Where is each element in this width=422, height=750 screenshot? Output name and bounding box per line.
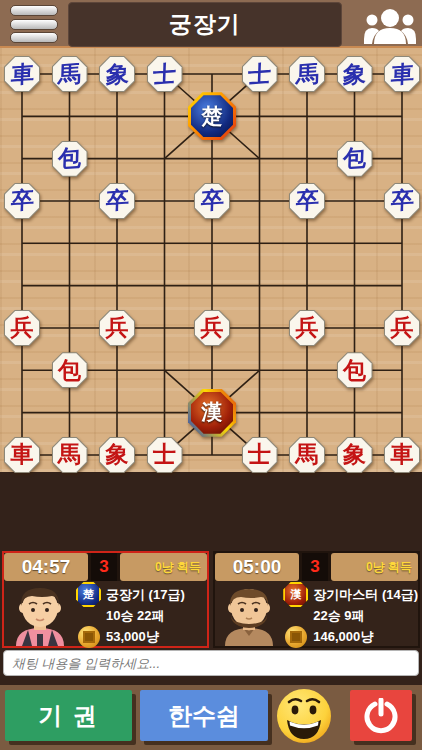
timer-left: 04:57 bbox=[4, 553, 88, 581]
badge-left: 3 bbox=[91, 553, 117, 581]
piece-blue-elephant[interactable]: 象 bbox=[337, 56, 373, 92]
piece-blue-king[interactable]: 楚 bbox=[188, 92, 236, 140]
earn-right: 0냥 획득 bbox=[331, 553, 418, 581]
piece-red-cannon[interactable]: 包 bbox=[52, 352, 88, 388]
bottom-bar: 기 권 한수쉼 bbox=[0, 685, 422, 750]
piece-red-elephant[interactable]: 象 bbox=[337, 437, 373, 473]
piece-blue-soldier[interactable]: 卒 bbox=[289, 183, 325, 219]
player-panel-left: 04:57 3 0냥 획득 bbox=[2, 551, 209, 648]
piece-red-guard[interactable]: 士 bbox=[147, 437, 183, 473]
piece-red-guard[interactable]: 士 bbox=[242, 437, 278, 473]
player-panel-right: 05:00 3 0냥 획득 bbox=[213, 551, 420, 648]
piece-blue-soldier[interactable]: 卒 bbox=[99, 183, 135, 219]
piece-red-soldier[interactable]: 兵 bbox=[99, 310, 135, 346]
piece-blue-cannon[interactable]: 包 bbox=[337, 141, 373, 177]
piece-blue-soldier[interactable]: 卒 bbox=[384, 183, 420, 219]
piece-red-chariot[interactable]: 車 bbox=[384, 437, 420, 473]
exit-button[interactable] bbox=[350, 690, 412, 741]
pass-button[interactable]: 한수쉼 bbox=[140, 690, 268, 741]
hamburger-icon bbox=[10, 5, 58, 16]
piece-blue-elephant[interactable]: 象 bbox=[99, 56, 135, 92]
menu-button[interactable] bbox=[10, 5, 58, 43]
piece-blue-soldier[interactable]: 卒 bbox=[4, 183, 40, 219]
chat-input[interactable] bbox=[3, 650, 419, 676]
piece-red-soldier[interactable]: 兵 bbox=[194, 310, 230, 346]
piece-blue-cannon[interactable]: 包 bbox=[52, 141, 88, 177]
piece-blue-guard[interactable]: 士 bbox=[147, 56, 183, 92]
timer-right: 05:00 bbox=[215, 553, 299, 581]
king-piece-icon-blue: 楚 bbox=[76, 582, 101, 607]
player-left-header: 04:57 3 0냥 획득 bbox=[4, 553, 207, 581]
players-list-button[interactable] bbox=[364, 6, 416, 44]
piece-blue-horse[interactable]: 馬 bbox=[289, 56, 325, 92]
piece-red-horse[interactable]: 馬 bbox=[52, 437, 88, 473]
earn-left: 0냥 획득 bbox=[120, 553, 207, 581]
piece-red-elephant[interactable]: 象 bbox=[99, 437, 135, 473]
player-left-body: 楚 궁장기 (17급) 10승 22패 53,000냥 bbox=[4, 581, 207, 646]
piece-blue-chariot[interactable]: 車 bbox=[4, 56, 40, 92]
badge-right: 3 bbox=[302, 553, 328, 581]
player-right-name: 장기마스터 (14급) bbox=[313, 586, 418, 604]
player-right-header: 05:00 3 0냥 획득 bbox=[215, 553, 418, 581]
piece-red-soldier[interactable]: 兵 bbox=[384, 310, 420, 346]
piece-blue-soldier[interactable]: 卒 bbox=[194, 183, 230, 219]
piece-red-chariot[interactable]: 車 bbox=[4, 437, 40, 473]
player-right-money: 146,000냥 bbox=[313, 628, 418, 646]
header: 궁장기 bbox=[0, 0, 422, 48]
piece-red-horse[interactable]: 馬 bbox=[289, 437, 325, 473]
piece-blue-chariot[interactable]: 車 bbox=[384, 56, 420, 92]
coin-icon bbox=[285, 626, 307, 648]
janggi-app: 궁장기 車馬象士士馬象車楚包包卒卒卒卒卒兵兵兵兵兵包包漢車馬象士士馬象車 04:… bbox=[0, 0, 422, 750]
player-left-name: 궁장기 (17급) bbox=[106, 586, 207, 604]
player-right-record: 22승 9패 bbox=[313, 607, 418, 625]
piece-blue-horse[interactable]: 馬 bbox=[52, 56, 88, 92]
piece-blue-guard[interactable]: 士 bbox=[242, 56, 278, 92]
emoji-button[interactable] bbox=[275, 687, 333, 745]
king-piece-icon-red: 漢 bbox=[283, 582, 308, 607]
janggi-board[interactable]: 車馬象士士馬象車楚包包卒卒卒卒卒兵兵兵兵兵包包漢車馬象士士馬象車 bbox=[0, 48, 422, 472]
avatar-left bbox=[4, 581, 76, 646]
player-right-body: 漢 장기마스터 (14급) 22승 9패 146,000냥 bbox=[215, 581, 418, 646]
piece-red-king[interactable]: 漢 bbox=[188, 389, 236, 437]
resign-button[interactable]: 기 권 bbox=[5, 690, 132, 741]
avatar-right bbox=[215, 581, 283, 646]
people-icon bbox=[364, 6, 416, 44]
player-left-record: 10승 22패 bbox=[106, 607, 207, 625]
piece-red-cannon[interactable]: 包 bbox=[337, 352, 373, 388]
piece-red-soldier[interactable]: 兵 bbox=[289, 310, 325, 346]
smiley-emoji bbox=[275, 687, 333, 745]
title-box: 궁장기 bbox=[68, 2, 342, 47]
player-left-money: 53,000냥 bbox=[106, 628, 207, 646]
page-title: 궁장기 bbox=[169, 9, 241, 40]
piece-red-soldier[interactable]: 兵 bbox=[4, 310, 40, 346]
coin-icon bbox=[78, 626, 100, 648]
power-icon bbox=[364, 698, 398, 734]
